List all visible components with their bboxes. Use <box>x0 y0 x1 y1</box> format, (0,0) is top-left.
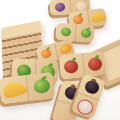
domino-tile[interactable] <box>0 72 55 104</box>
domino-tile[interactable] <box>55 23 94 43</box>
domino-tile[interactable] <box>71 73 106 118</box>
red-apple-icon <box>87 57 102 71</box>
red-apple-icon <box>64 59 79 73</box>
tile-half <box>59 53 84 79</box>
tile-half <box>74 24 95 42</box>
guava-icon <box>60 27 71 37</box>
tile-half <box>55 23 75 41</box>
pale-fruit-icon <box>76 0 87 10</box>
mangosteen-icon <box>83 78 100 95</box>
rambutan-icon <box>75 97 95 116</box>
tile-half <box>25 72 56 101</box>
orange-icon <box>41 48 53 59</box>
tile-half <box>0 75 29 104</box>
fruit-domino-scene <box>0 0 120 120</box>
banana-icon <box>88 11 106 23</box>
plum-icon <box>55 2 66 12</box>
banana-icon <box>0 80 28 100</box>
green-apple-icon <box>80 28 91 38</box>
green-apple-icon <box>33 78 51 94</box>
